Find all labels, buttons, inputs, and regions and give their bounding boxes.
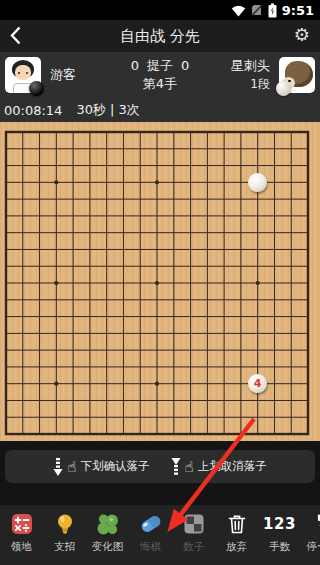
toolbar-hint-button[interactable]: 支招 (43, 513, 86, 565)
black-stone-badge (29, 81, 44, 96)
board-grid (0, 122, 320, 441)
toolbar-pass-label: 停一手 (307, 540, 320, 554)
toolbar-undo-button[interactable]: 悔棋 (129, 513, 172, 565)
confirm-hint-label: 下划确认落子 (81, 459, 150, 474)
battery-charging-icon (268, 3, 277, 18)
main-time: 00:08:14 (4, 103, 62, 118)
toolbar-move-numbers-label: 手数 (269, 540, 290, 554)
header: 自由战 分先 ⚙ (0, 20, 320, 52)
toolbar-pass-button[interactable]: 停一手 (301, 513, 320, 565)
no-sim-icon (251, 4, 263, 16)
wifi-icon (231, 4, 246, 17)
go-board[interactable]: 4 (0, 122, 320, 441)
toolbar-count-label: 数子 (183, 540, 204, 554)
move-number-icon: 123 (263, 513, 296, 535)
toolbar-hint-label: 支招 (54, 540, 75, 554)
toolbar-variation-label: 变化图 (92, 540, 124, 554)
pass-arrow-icon (312, 513, 320, 535)
confirm-hint: ☝ 下划确认落子 (53, 457, 149, 477)
undo-capsule-icon (139, 513, 163, 535)
hand-pointer-icon: ☝ (67, 458, 76, 476)
captures-label: 提子 (147, 58, 173, 73)
byoyomi-time: 30秒 | 3次 (76, 101, 139, 119)
page-title: 自由战 分先 (0, 27, 320, 46)
white-player-block: 星刺头 1段 (231, 57, 315, 93)
white-stone-badge (276, 81, 291, 96)
black-player-name: 游客 (50, 66, 76, 84)
cancel-hint: ☝ 上划取消落子 (171, 457, 267, 477)
gesture-hint-bar: ☝ 下划确认落子 ☝ 上划取消落子 (5, 450, 315, 483)
hint-bulb-icon (54, 513, 76, 535)
player-info-row: 游客 0提子0 第4手 星刺头 1段 (0, 52, 320, 98)
white-player-rank: 1段 (231, 76, 270, 93)
territory-calculator-icon (11, 513, 33, 535)
toolbar-resign-button[interactable]: 放弃 (215, 513, 258, 565)
swipe-up-arrow-icon (171, 457, 181, 477)
status-bar: 9:51 (0, 0, 320, 20)
white-player-name: 星刺头 (231, 57, 270, 75)
toolbar-move-numbers-button[interactable]: 123 手数 (258, 513, 301, 565)
clock-time: 9:51 (282, 3, 314, 18)
toolbar-undo-label: 悔棋 (140, 540, 161, 554)
game-status-center: 0提子0 第4手 (127, 57, 194, 93)
captures-line: 0提子0 (127, 57, 194, 75)
toolbar-variation-button[interactable]: 变化图 (86, 513, 129, 565)
toolbar-territory-button[interactable]: 领地 (0, 513, 43, 565)
white-stone-Q16 (248, 173, 267, 192)
toolbar-count-button[interactable]: 数子 (172, 513, 215, 565)
black-captures: 0 (131, 58, 139, 73)
bottom-toolbar: 领地 支招 变化图 悔棋 (0, 505, 320, 565)
resign-trash-icon (226, 513, 248, 535)
toolbar-territory-label: 领地 (11, 540, 32, 554)
player-panel: 游客 0提子0 第4手 星刺头 1段 00:08:14 30秒 | 3次 (0, 52, 320, 122)
move-number-label: 第4手 (127, 75, 194, 93)
back-icon[interactable] (10, 26, 21, 45)
variation-diagram-icon (96, 513, 119, 535)
count-stones-icon (183, 513, 205, 535)
hand-pointer-icon: ☝ (185, 458, 194, 476)
cancel-hint-label: 上划取消落子 (198, 459, 267, 474)
settings-gear-icon[interactable]: ⚙ (294, 25, 310, 45)
game-clock-row: 00:08:14 30秒 | 3次 (0, 98, 320, 122)
black-player-avatar (5, 57, 41, 93)
swipe-down-arrow-icon (53, 457, 63, 477)
white-player-avatar (279, 57, 315, 93)
toolbar-resign-label: 放弃 (226, 540, 247, 554)
white-captures: 0 (181, 58, 189, 73)
